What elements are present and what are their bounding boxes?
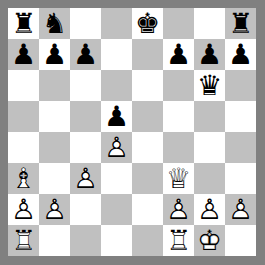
square-h1[interactable]	[225, 225, 256, 256]
square-f7[interactable]: ♟	[163, 39, 194, 70]
square-e4[interactable]	[132, 132, 163, 163]
white-rook-piece: ♖	[163, 225, 194, 256]
white-pawn-fill: ♟	[39, 194, 70, 225]
white-rook-fill: ♜	[163, 225, 194, 256]
white-queen-piece: ♕	[163, 163, 194, 194]
square-c1[interactable]	[70, 225, 101, 256]
square-h4[interactable]	[225, 132, 256, 163]
black-queen-piece: ♛	[194, 70, 225, 101]
square-b8[interactable]: ♞	[39, 8, 70, 39]
white-king-fill: ♚	[194, 225, 225, 256]
square-f6[interactable]	[163, 70, 194, 101]
white-pawn-piece: ♙	[194, 194, 225, 225]
black-pawn-piece: ♟	[163, 39, 194, 70]
black-pawn-piece: ♟	[8, 39, 39, 70]
square-e1[interactable]	[132, 225, 163, 256]
square-h8[interactable]: ♜	[225, 8, 256, 39]
white-pawn-piece: ♙	[101, 132, 132, 163]
square-f4[interactable]	[163, 132, 194, 163]
white-queen-fill: ♛	[163, 163, 194, 194]
white-pawn-fill: ♟	[8, 194, 39, 225]
square-g4[interactable]	[194, 132, 225, 163]
white-pawn-piece: ♙	[39, 194, 70, 225]
square-c3[interactable]: ♟♙	[70, 163, 101, 194]
white-pawn-piece: ♙	[225, 194, 256, 225]
square-b3[interactable]	[39, 163, 70, 194]
square-b7[interactable]: ♟	[39, 39, 70, 70]
chess-board-frame: ♜♞♚♜♟♟♟♟♟♟♛♟♟♙♝♗♟♙♛♕♟♙♟♙♟♙♟♙♟♙♜♖♜♖♚♔	[0, 0, 265, 265]
black-rook-piece: ♜	[225, 8, 256, 39]
square-a3[interactable]: ♝♗	[8, 163, 39, 194]
square-a2[interactable]: ♟♙	[8, 194, 39, 225]
white-pawn-fill: ♟	[225, 194, 256, 225]
square-d5[interactable]: ♟	[101, 101, 132, 132]
square-c2[interactable]	[70, 194, 101, 225]
white-pawn-fill: ♟	[70, 163, 101, 194]
square-d1[interactable]	[101, 225, 132, 256]
square-d3[interactable]	[101, 163, 132, 194]
black-rook-piece: ♜	[8, 8, 39, 39]
square-c7[interactable]: ♟	[70, 39, 101, 70]
square-g3[interactable]	[194, 163, 225, 194]
white-bishop-fill: ♝	[8, 163, 39, 194]
square-h2[interactable]: ♟♙	[225, 194, 256, 225]
black-pawn-piece: ♟	[70, 39, 101, 70]
square-e6[interactable]	[132, 70, 163, 101]
square-a4[interactable]	[8, 132, 39, 163]
black-king-piece: ♚	[132, 8, 163, 39]
black-pawn-piece: ♟	[225, 39, 256, 70]
square-e8[interactable]: ♚	[132, 8, 163, 39]
square-a6[interactable]	[8, 70, 39, 101]
chess-board: ♜♞♚♜♟♟♟♟♟♟♛♟♟♙♝♗♟♙♛♕♟♙♟♙♟♙♟♙♟♙♜♖♜♖♚♔	[8, 8, 256, 256]
white-rook-piece: ♖	[8, 225, 39, 256]
square-h6[interactable]	[225, 70, 256, 101]
square-e5[interactable]	[132, 101, 163, 132]
square-b2[interactable]: ♟♙	[39, 194, 70, 225]
square-e2[interactable]	[132, 194, 163, 225]
square-f8[interactable]	[163, 8, 194, 39]
square-h7[interactable]: ♟	[225, 39, 256, 70]
square-d7[interactable]	[101, 39, 132, 70]
white-rook-fill: ♜	[8, 225, 39, 256]
black-knight-piece: ♞	[39, 8, 70, 39]
white-pawn-fill: ♟	[163, 194, 194, 225]
square-a5[interactable]	[8, 101, 39, 132]
square-g7[interactable]: ♟	[194, 39, 225, 70]
square-a1[interactable]: ♜♖	[8, 225, 39, 256]
square-c5[interactable]	[70, 101, 101, 132]
square-d6[interactable]	[101, 70, 132, 101]
square-b1[interactable]	[39, 225, 70, 256]
square-d8[interactable]	[101, 8, 132, 39]
square-d2[interactable]	[101, 194, 132, 225]
square-f2[interactable]: ♟♙	[163, 194, 194, 225]
square-a7[interactable]: ♟	[8, 39, 39, 70]
square-f1[interactable]: ♜♖	[163, 225, 194, 256]
black-pawn-piece: ♟	[194, 39, 225, 70]
white-pawn-fill: ♟	[194, 194, 225, 225]
square-c4[interactable]	[70, 132, 101, 163]
white-pawn-piece: ♙	[163, 194, 194, 225]
white-pawn-piece: ♙	[70, 163, 101, 194]
square-f3[interactable]: ♛♕	[163, 163, 194, 194]
square-g6[interactable]: ♛	[194, 70, 225, 101]
square-h5[interactable]	[225, 101, 256, 132]
square-d4[interactable]: ♟♙	[101, 132, 132, 163]
square-f5[interactable]	[163, 101, 194, 132]
black-pawn-piece: ♟	[101, 101, 132, 132]
square-g8[interactable]	[194, 8, 225, 39]
square-c6[interactable]	[70, 70, 101, 101]
square-b5[interactable]	[39, 101, 70, 132]
white-king-piece: ♔	[194, 225, 225, 256]
white-pawn-piece: ♙	[8, 194, 39, 225]
white-pawn-fill: ♟	[101, 132, 132, 163]
square-a8[interactable]: ♜	[8, 8, 39, 39]
square-e3[interactable]	[132, 163, 163, 194]
square-b4[interactable]	[39, 132, 70, 163]
square-h3[interactable]	[225, 163, 256, 194]
white-bishop-piece: ♗	[8, 163, 39, 194]
square-e7[interactable]	[132, 39, 163, 70]
square-b6[interactable]	[39, 70, 70, 101]
square-g1[interactable]: ♚♔	[194, 225, 225, 256]
black-pawn-piece: ♟	[39, 39, 70, 70]
square-g2[interactable]: ♟♙	[194, 194, 225, 225]
square-c8[interactable]	[70, 8, 101, 39]
square-g5[interactable]	[194, 101, 225, 132]
